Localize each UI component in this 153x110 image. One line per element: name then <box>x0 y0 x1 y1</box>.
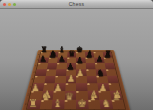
square-d5[interactable]: ♟ <box>66 69 68 71</box>
square-f5[interactable] <box>86 69 88 71</box>
square-e3[interactable] <box>76 83 87 91</box>
square-e6[interactable]: ♟ <box>76 63 78 64</box>
piece-white-queen-d1[interactable]: ♛ <box>64 91 67 102</box>
file-label-h: h <box>113 109 126 110</box>
file-coordinates: abcdefgh <box>26 109 126 110</box>
piece-white-king-e1[interactable]: ♚ <box>76 98 88 110</box>
square-h4[interactable] <box>107 76 119 83</box>
piece-white-pawn-c2[interactable]: ♟ <box>54 83 57 94</box>
square-d7[interactable] <box>67 57 69 58</box>
piece-black-knight-g4[interactable]: ♞ <box>97 68 99 78</box>
square-b1[interactable]: ♞ <box>41 99 44 101</box>
square-c6[interactable] <box>57 63 59 64</box>
square-c7[interactable]: ♟ <box>57 57 67 63</box>
square-d8[interactable]: ♛ <box>67 52 76 57</box>
square-g7[interactable]: ♟ <box>94 57 104 63</box>
piece-black-pawn-c7[interactable]: ♟ <box>57 55 66 64</box>
piece-black-pawn-d5[interactable]: ♟ <box>66 62 68 72</box>
file-label-c: c <box>51 109 64 110</box>
chess-app-window: Chess ♜♞♝♛♚♝♜♟♟♟♟♟♟♟♟♟♟♞♟♟♟♟♟♟♜♞♝♛♚♝♞♜ a… <box>0 0 153 110</box>
piece-white-knight-b1[interactable]: ♞ <box>41 91 44 102</box>
square-c5[interactable] <box>56 69 67 76</box>
piece-white-pawn-a2[interactable]: ♟ <box>31 83 34 94</box>
file-label-a: a <box>26 109 39 110</box>
chess-board-3d: ♜♞♝♛♚♝♜♟♟♟♟♟♟♟♟♟♟♞♟♟♟♟♟♟♜♞♝♛♚♝♞♜ abcdefg… <box>21 50 131 110</box>
piece-white-rook-a1[interactable]: ♜ <box>27 98 39 110</box>
board-frame: ♜♞♝♛♚♝♜♟♟♟♟♟♟♟♟♟♟♞♟♟♟♟♟♟♜♞♝♛♚♝♞♜ abcdefg… <box>21 50 131 110</box>
file-label-e: e <box>76 109 89 110</box>
piece-black-queen-d8[interactable]: ♛ <box>67 49 76 58</box>
square-a2[interactable]: ♟ <box>31 91 34 93</box>
square-f7[interactable]: ♟ <box>85 57 87 58</box>
square-f3[interactable] <box>87 83 90 85</box>
square-d4[interactable]: ♟ <box>65 76 76 83</box>
square-a4[interactable] <box>35 76 38 78</box>
square-c2[interactable]: ♟ <box>53 91 56 93</box>
square-d3[interactable] <box>65 83 68 85</box>
file-label-d: d <box>64 109 77 110</box>
square-e2[interactable] <box>76 91 79 93</box>
piece-white-bishop-c1[interactable]: ♝ <box>52 98 64 110</box>
square-b5[interactable] <box>46 69 49 71</box>
piece-black-pawn-a7[interactable]: ♟ <box>38 55 47 64</box>
board-scene: ♜♞♝♛♚♝♜♟♟♟♟♟♟♟♟♟♟♞♟♟♟♟♟♟♜♞♝♛♚♝♞♜ abcdefg… <box>0 8 153 110</box>
file-label-f: f <box>88 109 101 110</box>
chess-board-grid[interactable]: ♜♞♝♛♚♝♜♟♟♟♟♟♟♟♟♟♟♞♟♟♟♟♟♟♜♞♝♛♚♝♞♜ <box>27 52 125 109</box>
file-label-g: g <box>100 109 113 110</box>
piece-black-bishop-c8[interactable]: ♝ <box>58 46 60 55</box>
square-a6[interactable] <box>38 63 41 64</box>
square-a1[interactable]: ♜ <box>27 99 41 108</box>
square-g6[interactable] <box>95 63 97 64</box>
window-title: Chess <box>0 0 153 8</box>
piece-black-pawn-g7[interactable]: ♟ <box>95 55 104 64</box>
piece-white-knight-g1[interactable]: ♞ <box>100 98 112 110</box>
square-c4[interactable] <box>55 76 58 78</box>
square-e1[interactable]: ♚ <box>76 99 88 108</box>
square-h5[interactable] <box>105 69 108 71</box>
square-h3[interactable] <box>108 83 111 85</box>
square-g4[interactable]: ♞ <box>96 76 99 78</box>
piece-black-pawn-e6[interactable]: ♟ <box>76 56 78 65</box>
piece-black-rook-a8[interactable]: ♜ <box>41 46 43 55</box>
square-b7[interactable]: ♟ <box>49 57 51 58</box>
square-c1[interactable]: ♝ <box>52 99 65 108</box>
square-a7[interactable]: ♟ <box>38 57 48 63</box>
square-g1[interactable]: ♞ <box>99 99 112 108</box>
piece-black-pawn-f7[interactable]: ♟ <box>85 51 87 60</box>
square-b3[interactable] <box>44 83 47 85</box>
square-d1[interactable]: ♛ <box>64 99 67 101</box>
piece-black-pawn-b7[interactable]: ♟ <box>49 51 51 60</box>
piece-white-pawn-d4[interactable]: ♟ <box>65 74 76 84</box>
file-label-b: b <box>39 109 52 110</box>
